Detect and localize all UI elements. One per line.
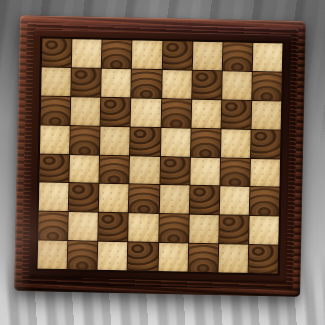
square-b6[interactable]: [71, 97, 101, 125]
square-e3[interactable]: [159, 185, 189, 213]
square-f4[interactable]: [190, 157, 220, 185]
square-h6[interactable]: [251, 101, 281, 129]
square-c7[interactable]: [101, 69, 131, 97]
square-g7[interactable]: [222, 71, 252, 99]
square-g2[interactable]: [219, 216, 249, 244]
square-f5[interactable]: [191, 128, 221, 156]
square-d2[interactable]: [129, 214, 159, 242]
square-d3[interactable]: [129, 185, 159, 213]
board-frame-moulding: [21, 22, 298, 290]
square-g1[interactable]: [218, 244, 248, 272]
square-h8[interactable]: [253, 43, 283, 71]
square-e8[interactable]: [162, 41, 192, 69]
square-d5[interactable]: [130, 127, 160, 155]
square-b4[interactable]: [70, 155, 100, 183]
square-d4[interactable]: [130, 156, 160, 184]
square-c5[interactable]: [100, 126, 130, 154]
square-h3[interactable]: [250, 187, 280, 215]
square-d1[interactable]: [128, 242, 158, 270]
square-g8[interactable]: [223, 42, 253, 70]
square-h4[interactable]: [250, 158, 280, 186]
board-grid: [36, 36, 285, 275]
square-f3[interactable]: [189, 186, 219, 214]
square-e6[interactable]: [161, 99, 191, 127]
board-frame-inner-lip: [28, 29, 291, 282]
square-e1[interactable]: [158, 243, 188, 271]
photo-backdrop: [0, 0, 325, 325]
square-b1[interactable]: [68, 241, 98, 269]
square-e5[interactable]: [161, 128, 191, 156]
square-c6[interactable]: [101, 98, 131, 126]
square-c3[interactable]: [99, 184, 129, 212]
square-a8[interactable]: [42, 39, 72, 67]
square-b8[interactable]: [72, 39, 102, 67]
square-f7[interactable]: [192, 71, 222, 99]
square-b2[interactable]: [68, 212, 98, 240]
square-d8[interactable]: [132, 40, 162, 68]
square-e7[interactable]: [162, 70, 192, 98]
square-d7[interactable]: [132, 69, 162, 97]
square-a2[interactable]: [38, 212, 68, 240]
square-d6[interactable]: [131, 98, 161, 126]
square-b5[interactable]: [70, 126, 100, 154]
square-c2[interactable]: [98, 213, 128, 241]
square-c8[interactable]: [102, 40, 132, 68]
square-g4[interactable]: [220, 158, 250, 186]
square-g3[interactable]: [220, 187, 250, 215]
square-b7[interactable]: [71, 68, 101, 96]
square-a1[interactable]: [38, 241, 68, 269]
square-h5[interactable]: [251, 130, 281, 158]
square-e2[interactable]: [159, 214, 189, 242]
square-a6[interactable]: [41, 96, 71, 124]
square-g5[interactable]: [221, 129, 251, 157]
square-a7[interactable]: [41, 67, 71, 95]
square-c4[interactable]: [100, 155, 130, 183]
square-f8[interactable]: [192, 42, 222, 70]
square-g6[interactable]: [221, 100, 251, 128]
square-b3[interactable]: [69, 183, 99, 211]
square-f1[interactable]: [188, 244, 218, 272]
square-f2[interactable]: [189, 215, 219, 243]
square-a5[interactable]: [40, 125, 70, 153]
square-c1[interactable]: [98, 242, 128, 270]
square-h7[interactable]: [252, 72, 282, 100]
square-h2[interactable]: [249, 216, 279, 244]
square-h1[interactable]: [248, 245, 278, 273]
square-f6[interactable]: [191, 99, 221, 127]
chessboard: [14, 15, 306, 297]
square-a4[interactable]: [39, 154, 69, 182]
square-e4[interactable]: [160, 157, 190, 185]
square-a3[interactable]: [39, 183, 69, 211]
